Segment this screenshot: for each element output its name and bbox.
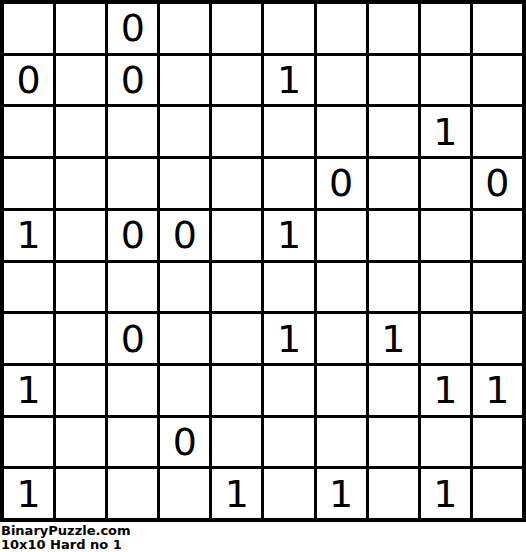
cell-r3c3-empty[interactable]: [108, 107, 157, 156]
cell-r10c4-empty[interactable]: [160, 469, 209, 518]
cell-r1c7-empty[interactable]: [317, 4, 366, 53]
cell-r7c9-empty[interactable]: [421, 314, 470, 363]
cell-r2c6-given-1: 1: [264, 56, 313, 105]
cell-r6c6-empty[interactable]: [264, 263, 313, 312]
cell-r6c2-empty[interactable]: [56, 263, 105, 312]
cell-r4c10-given-0: 0: [473, 159, 522, 208]
cell-r9c1-empty[interactable]: [4, 418, 53, 467]
cell-r10c5-given-1: 1: [212, 469, 261, 518]
cell-r2c7-empty[interactable]: [317, 56, 366, 105]
cell-r1c4-empty[interactable]: [160, 4, 209, 53]
cell-r8c8-empty[interactable]: [369, 366, 418, 415]
cell-r7c6-given-1: 1: [264, 314, 313, 363]
cell-r5c5-empty[interactable]: [212, 211, 261, 260]
cell-r8c5-empty[interactable]: [212, 366, 261, 415]
cell-r3c5-empty[interactable]: [212, 107, 261, 156]
puzzle-title: 10x10 Hard no 1: [1, 538, 526, 552]
binary-puzzle-board: 0001100100101111101111: [0, 0, 526, 522]
cell-r10c1-given-1: 1: [4, 469, 53, 518]
cell-r9c8-empty[interactable]: [369, 418, 418, 467]
cell-r10c6-empty[interactable]: [264, 469, 313, 518]
cell-r7c7-empty[interactable]: [317, 314, 366, 363]
cell-r10c3-empty[interactable]: [108, 469, 157, 518]
cell-r4c7-given-0: 0: [317, 159, 366, 208]
cell-r2c2-empty[interactable]: [56, 56, 105, 105]
cell-r4c2-empty[interactable]: [56, 159, 105, 208]
cell-r4c8-empty[interactable]: [369, 159, 418, 208]
cell-r3c4-empty[interactable]: [160, 107, 209, 156]
cell-r9c10-empty[interactable]: [473, 418, 522, 467]
cell-r5c8-empty[interactable]: [369, 211, 418, 260]
cell-r6c4-empty[interactable]: [160, 263, 209, 312]
cell-r2c3-given-0: 0: [108, 56, 157, 105]
cell-r3c2-empty[interactable]: [56, 107, 105, 156]
cell-r2c1-given-0: 0: [4, 56, 53, 105]
cell-r8c4-empty[interactable]: [160, 366, 209, 415]
cell-r9c2-empty[interactable]: [56, 418, 105, 467]
cell-r7c1-empty[interactable]: [4, 314, 53, 363]
cell-r1c2-empty[interactable]: [56, 4, 105, 53]
cell-r8c2-empty[interactable]: [56, 366, 105, 415]
cell-r4c5-empty[interactable]: [212, 159, 261, 208]
cell-r5c6-given-1: 1: [264, 211, 313, 260]
cell-r4c6-empty[interactable]: [264, 159, 313, 208]
cell-r6c7-empty[interactable]: [317, 263, 366, 312]
cell-r1c3-given-0: 0: [108, 4, 157, 53]
cell-r1c6-empty[interactable]: [264, 4, 313, 53]
cell-r5c3-given-0: 0: [108, 211, 157, 260]
cell-r5c10-empty[interactable]: [473, 211, 522, 260]
cell-r6c5-empty[interactable]: [212, 263, 261, 312]
cell-r6c10-empty[interactable]: [473, 263, 522, 312]
puzzle-footer: BinaryPuzzle.com 10x10 Hard no 1: [0, 522, 526, 552]
cell-r7c3-given-0: 0: [108, 314, 157, 363]
cell-r7c5-empty[interactable]: [212, 314, 261, 363]
cell-r7c8-given-1: 1: [369, 314, 418, 363]
cell-r5c4-given-0: 0: [160, 211, 209, 260]
cell-r3c7-empty[interactable]: [317, 107, 366, 156]
cell-r4c9-empty[interactable]: [421, 159, 470, 208]
cell-r5c9-empty[interactable]: [421, 211, 470, 260]
cell-r1c5-empty[interactable]: [212, 4, 261, 53]
cell-r2c10-empty[interactable]: [473, 56, 522, 105]
cell-r1c1-empty[interactable]: [4, 4, 53, 53]
cell-r2c8-empty[interactable]: [369, 56, 418, 105]
cell-r2c4-empty[interactable]: [160, 56, 209, 105]
cell-r3c1-empty[interactable]: [4, 107, 53, 156]
site-name: BinaryPuzzle.com: [1, 524, 526, 538]
cell-r9c4-given-0: 0: [160, 418, 209, 467]
cell-r9c3-empty[interactable]: [108, 418, 157, 467]
cell-r10c8-empty[interactable]: [369, 469, 418, 518]
cell-r8c3-empty[interactable]: [108, 366, 157, 415]
cell-r2c9-empty[interactable]: [421, 56, 470, 105]
cell-r10c9-given-1: 1: [421, 469, 470, 518]
cell-r9c5-empty[interactable]: [212, 418, 261, 467]
cell-r6c1-empty[interactable]: [4, 263, 53, 312]
cell-r10c7-given-1: 1: [317, 469, 366, 518]
cell-r7c10-empty[interactable]: [473, 314, 522, 363]
cell-r8c9-given-1: 1: [421, 366, 470, 415]
cell-r3c10-empty[interactable]: [473, 107, 522, 156]
cell-r3c6-empty[interactable]: [264, 107, 313, 156]
cell-r1c9-empty[interactable]: [421, 4, 470, 53]
cell-r7c4-empty[interactable]: [160, 314, 209, 363]
cell-r4c4-empty[interactable]: [160, 159, 209, 208]
cell-r2c5-empty[interactable]: [212, 56, 261, 105]
cell-r8c10-given-1: 1: [473, 366, 522, 415]
cell-r10c2-empty[interactable]: [56, 469, 105, 518]
cell-r9c9-empty[interactable]: [421, 418, 470, 467]
cell-r6c8-empty[interactable]: [369, 263, 418, 312]
cell-r6c3-empty[interactable]: [108, 263, 157, 312]
cell-r4c1-empty[interactable]: [4, 159, 53, 208]
cell-r5c1-given-1: 1: [4, 211, 53, 260]
cell-r9c6-empty[interactable]: [264, 418, 313, 467]
cell-r5c7-empty[interactable]: [317, 211, 366, 260]
cell-r10c10-empty[interactable]: [473, 469, 522, 518]
cell-r5c2-empty[interactable]: [56, 211, 105, 260]
cell-r7c2-empty[interactable]: [56, 314, 105, 363]
cell-r1c10-empty[interactable]: [473, 4, 522, 53]
cell-r8c1-given-1: 1: [4, 366, 53, 415]
cell-r4c3-empty[interactable]: [108, 159, 157, 208]
cell-r1c8-empty[interactable]: [369, 4, 418, 53]
cell-r6c9-empty[interactable]: [421, 263, 470, 312]
cell-r9c7-empty[interactable]: [317, 418, 366, 467]
cell-r3c8-empty[interactable]: [369, 107, 418, 156]
cell-r8c7-empty[interactable]: [317, 366, 366, 415]
cell-r3c9-given-1: 1: [421, 107, 470, 156]
cell-r8c6-empty[interactable]: [264, 366, 313, 415]
